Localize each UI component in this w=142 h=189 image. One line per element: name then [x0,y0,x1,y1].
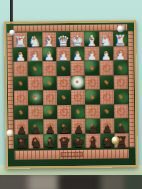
square-r0c3: ♛ [56,32,70,47]
square-r6c2: ♟ [43,119,57,134]
square-r3c2 [42,76,56,91]
chess-board: ♜♞♝♛♚♝♞♜♟♟♟♟♟♟♟♟♟♟♟♟♟♟♟♟♜♞♝♛♚♝♞♜ [4,20,138,169]
square-r6c0: ♟ [14,120,28,135]
piece-bronze-rook: ♜ [14,136,28,150]
square-r5c4 [71,104,85,119]
bottom-left-ivory-ball [6,130,13,137]
square-r5c0 [14,105,28,120]
square-r0c2: ♝ [42,32,56,47]
board-squares-grid: ♜♞♝♛♚♝♞♜♟♟♟♟♟♟♟♟♟♟♟♟♟♟♟♟♜♞♝♛♚♝♞♜ [13,31,128,148]
foreground-blur-patch [0,175,30,189]
square-r2c2 [42,61,56,76]
square-r1c2: ♟ [42,47,56,62]
square-r4c7 [114,89,128,104]
piece-bronze-bishop: ♝ [43,135,57,149]
square-r1c5: ♟ [85,46,99,61]
bottom-right-gold-ball [112,136,120,144]
square-r7c5: ♝ [86,133,100,148]
square-r1c7: ♟ [113,46,127,61]
piece-bronze-queen: ♛ [57,135,71,149]
square-r2c4 [71,61,85,76]
square-r2c0 [14,62,28,77]
square-r7c0: ♜ [14,134,28,149]
square-r6c1: ♟ [29,119,43,134]
square-r5c3 [57,104,71,119]
square-r4c4 [71,90,85,105]
foreground-blur [0,175,142,189]
square-r3c5 [85,75,99,90]
square-r6c6: ♟ [100,118,114,133]
square-r2c1 [28,61,42,76]
ornament-band-right [128,31,134,147]
square-r1c3: ♟ [56,47,70,62]
square-r4c1 [28,90,42,105]
square-r4c3 [57,90,71,105]
foreground-blur-patch [28,175,62,189]
square-r5c6 [100,104,114,119]
foreground-blur-patch [58,175,104,189]
piece-bronze-bishop: ♝ [86,135,100,149]
square-r2c3 [56,61,70,76]
piece-bronze-knight: ♞ [29,135,43,149]
square-r0c0: ♜ [13,33,27,48]
square-r6c4: ♟ [71,119,85,134]
square-r2c6 [99,60,113,75]
square-r4c0 [14,91,28,106]
square-r7c4: ♚ [71,133,85,148]
square-r0c4: ♚ [70,32,84,47]
square-r3c3 [57,76,71,91]
square-r5c2 [43,105,57,120]
square-r0c6: ♞ [99,31,113,46]
square-r1c4: ♟ [70,46,84,61]
square-r6c3: ♟ [57,119,71,134]
photo-scene: ♜♞♝♛♚♝♞♜♟♟♟♟♟♟♟♟♟♟♟♟♟♟♟♟♜♞♝♛♚♝♞♜ [0,0,142,189]
square-r3c1 [28,76,42,91]
square-r0c7: ♜ [113,31,127,46]
top-right-silver-ball [117,25,124,32]
square-r2c5 [85,61,99,76]
square-r1c1: ♟ [28,47,42,62]
square-r0c5: ♝ [84,32,98,47]
square-r6c7: ♟ [114,118,128,133]
square-r5c1 [28,105,42,120]
background-pole [10,0,13,24]
square-r5c7 [114,104,128,119]
square-r3c4 [71,75,85,90]
square-r4c6 [99,89,113,104]
foreground-blur-patch [124,175,142,189]
square-r4c5 [85,90,99,105]
square-r3c0 [14,76,28,91]
top-left-silver-ball [9,30,15,36]
square-r5c5 [85,104,99,119]
square-r7c1: ♞ [29,134,43,149]
square-r6c5: ♟ [86,119,100,134]
square-r1c0: ♟ [13,47,27,62]
square-r2c7 [113,60,127,75]
square-r7c2: ♝ [43,134,57,149]
square-r3c7 [114,75,128,90]
square-r4c2 [42,90,56,105]
square-r1c6: ♟ [99,46,113,61]
piece-bronze-king: ♚ [71,135,85,149]
square-r3c6 [99,75,113,90]
ornament-band-bottom [15,149,129,159]
square-r0c1: ♞ [27,32,41,47]
square-r7c3: ♛ [57,133,71,148]
